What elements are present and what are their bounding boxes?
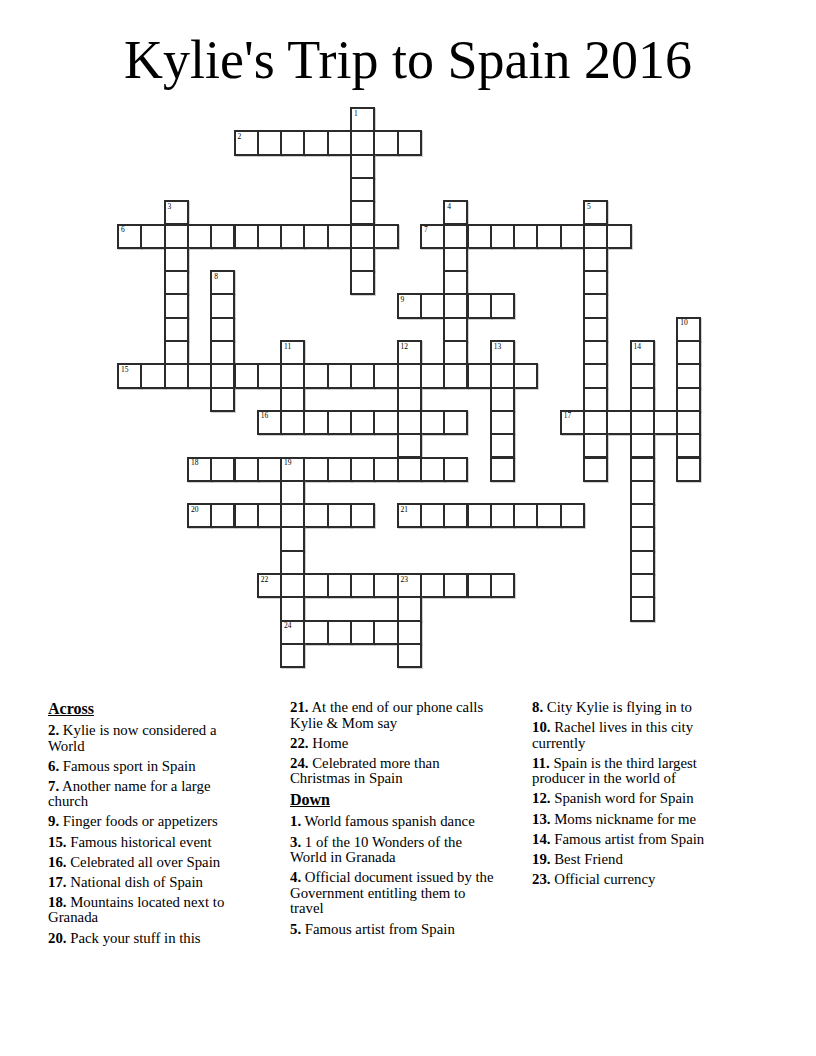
- grid-cell[interactable]: [140, 363, 165, 388]
- grid-cell[interactable]: [210, 387, 235, 412]
- cell-number: 18: [191, 459, 199, 467]
- clue-number: 1.: [290, 813, 301, 829]
- grid-cell[interactable]: [443, 317, 468, 342]
- grid-cell[interactable]: [210, 340, 235, 365]
- grid-cell[interactable]: [583, 340, 608, 365]
- cell-number: 1: [354, 110, 358, 118]
- grid-cell[interactable]: [164, 363, 189, 388]
- grid-cell[interactable]: [443, 224, 468, 249]
- grid-cell[interactable]: [373, 363, 398, 388]
- grid-cell[interactable]: [443, 293, 468, 318]
- grid-cell[interactable]: [303, 503, 328, 528]
- grid-cell[interactable]: [676, 340, 701, 365]
- clue-down-12: 12. Spanish word for Spain: [532, 791, 737, 807]
- grid-cell[interactable]: 14: [630, 340, 655, 365]
- cell-number: 14: [634, 343, 642, 351]
- grid-cell[interactable]: [490, 503, 515, 528]
- cell-number: 19: [284, 459, 292, 467]
- grid-cell[interactable]: [630, 526, 655, 551]
- grid-cell[interactable]: [513, 363, 538, 388]
- grid-cell[interactable]: 24: [280, 620, 305, 645]
- grid-cell[interactable]: [280, 387, 305, 412]
- grid-cell[interactable]: [490, 433, 515, 458]
- grid-cell[interactable]: [280, 130, 305, 155]
- cell-number: 2: [238, 133, 242, 141]
- grid-cell[interactable]: [513, 224, 538, 249]
- clue-number: 11.: [532, 755, 550, 771]
- page: Kylie's Trip to Spain 2016 1234567891011…: [0, 0, 816, 1056]
- grid-cell[interactable]: [630, 410, 655, 435]
- grid-cell[interactable]: [164, 340, 189, 365]
- clue-column-3: 8. City Kylie is flying in to10. Rachel …: [532, 700, 737, 892]
- clue-number: 6.: [48, 758, 59, 774]
- cell-number: 20: [191, 506, 199, 514]
- clue-down-3: 3. 1 of the 10 Wonders of the World in G…: [290, 835, 495, 866]
- grid-cell[interactable]: [630, 457, 655, 482]
- grid-cell[interactable]: [630, 550, 655, 575]
- grid-cell[interactable]: 13: [490, 340, 515, 365]
- grid-cell[interactable]: [164, 293, 189, 318]
- grid-cell[interactable]: [280, 410, 305, 435]
- grid-cell[interactable]: 5: [583, 200, 608, 225]
- grid-cell[interactable]: [676, 363, 701, 388]
- clue-number: 20.: [48, 930, 67, 946]
- clue-down-5: 5. Famous artist from Spain: [290, 922, 495, 938]
- grid-cell[interactable]: [350, 270, 375, 295]
- grid-cell[interactable]: [676, 457, 701, 482]
- cell-number: 11: [284, 343, 291, 351]
- clue-across-18: 18. Mountains located next to Granada: [48, 895, 253, 926]
- grid-cell[interactable]: [583, 270, 608, 295]
- grid-cell[interactable]: [280, 224, 305, 249]
- grid-cell[interactable]: [397, 620, 422, 645]
- cell-number: 8: [214, 273, 218, 281]
- grid-cell[interactable]: [327, 363, 352, 388]
- grid-cell[interactable]: [327, 224, 352, 249]
- grid-cell[interactable]: 2: [234, 130, 259, 155]
- grid-cell[interactable]: [350, 620, 375, 645]
- cell-number: 4: [447, 203, 451, 211]
- clue-down-23: 23. Official currency: [532, 872, 737, 888]
- clue-number: 23.: [532, 871, 551, 887]
- grid-cell[interactable]: [560, 503, 585, 528]
- grid-cell[interactable]: [490, 410, 515, 435]
- cell-number: 3: [168, 203, 172, 211]
- grid-cell[interactable]: [443, 573, 468, 598]
- grid-cell[interactable]: [327, 620, 352, 645]
- clue-across-20: 20. Pack your stuff in this: [48, 931, 253, 947]
- grid-cell[interactable]: [210, 293, 235, 318]
- grid-cell[interactable]: [630, 573, 655, 598]
- grid-cell[interactable]: [280, 480, 305, 505]
- grid-cell[interactable]: [280, 573, 305, 598]
- grid-cell[interactable]: [303, 457, 328, 482]
- grid-cell[interactable]: [350, 457, 375, 482]
- clue-across-6: 6. Famous sport in Spain: [48, 759, 253, 775]
- grid-cell[interactable]: [257, 224, 282, 249]
- grid-cell[interactable]: [280, 363, 305, 388]
- grid-cell[interactable]: [397, 457, 422, 482]
- grid-cell[interactable]: [373, 457, 398, 482]
- grid-cell[interactable]: [187, 224, 212, 249]
- clue-across-21: 21. At the end of our phone calls Kylie …: [290, 700, 495, 731]
- grid-cell[interactable]: [653, 410, 678, 435]
- grid-cell[interactable]: [350, 177, 375, 202]
- cell-number: 10: [680, 319, 688, 327]
- grid-cell[interactable]: [280, 643, 305, 668]
- grid-cell[interactable]: 11: [280, 340, 305, 365]
- grid-cell[interactable]: [490, 573, 515, 598]
- grid-cell[interactable]: [490, 363, 515, 388]
- grid-cell[interactable]: [210, 503, 235, 528]
- down-clue-list: 1. World famous spanish dance3. 1 of the…: [290, 814, 495, 937]
- grid-cell[interactable]: [257, 457, 282, 482]
- grid-cell[interactable]: [397, 410, 422, 435]
- grid-cell[interactable]: [327, 573, 352, 598]
- grid-cell[interactable]: [630, 433, 655, 458]
- grid-cell[interactable]: [490, 457, 515, 482]
- cell-number: 6: [121, 226, 125, 234]
- clue-number: 10.: [532, 719, 551, 735]
- clue-column-1: Across 2. Kylie is now considered a Worl…: [48, 700, 253, 951]
- grid-cell[interactable]: [606, 410, 631, 435]
- grid-cell[interactable]: [583, 387, 608, 412]
- clue-across-17: 17. National dish of Spain: [48, 875, 253, 891]
- clue-number: 9.: [48, 813, 59, 829]
- grid-cell[interactable]: 18: [187, 457, 212, 482]
- grid-cell[interactable]: [676, 387, 701, 412]
- grid-cell[interactable]: [583, 410, 608, 435]
- clue-across-2: 2. Kylie is now considered a World: [48, 723, 253, 754]
- grid-cell[interactable]: [234, 457, 259, 482]
- grid-cell[interactable]: 8: [210, 270, 235, 295]
- grid-cell[interactable]: [443, 363, 468, 388]
- clue-down-10: 10. Rachel lives in this city currently: [532, 720, 737, 751]
- grid-cell[interactable]: [676, 433, 701, 458]
- clue-number: 5.: [290, 921, 301, 937]
- grid-cell[interactable]: [467, 224, 492, 249]
- clue-number: 13.: [532, 811, 551, 827]
- grid-cell[interactable]: [443, 247, 468, 272]
- clue-number: 16.: [48, 854, 67, 870]
- grid-cell[interactable]: 16: [257, 410, 282, 435]
- grid-cell[interactable]: [583, 457, 608, 482]
- grid-cell[interactable]: [303, 130, 328, 155]
- grid-cell[interactable]: [373, 224, 398, 249]
- grid-cell[interactable]: [420, 503, 445, 528]
- grid-cell[interactable]: [210, 363, 235, 388]
- grid-cell[interactable]: [583, 317, 608, 342]
- grid-cell[interactable]: [420, 410, 445, 435]
- grid-cell[interactable]: [467, 573, 492, 598]
- grid-cell[interactable]: [350, 573, 375, 598]
- grid-cell[interactable]: [630, 363, 655, 388]
- clue-across-15: 15. Famous historical event: [48, 835, 253, 851]
- clue-number: 7.: [48, 778, 59, 794]
- grid-cell[interactable]: [280, 596, 305, 621]
- grid-cell[interactable]: [327, 410, 352, 435]
- grid-cell[interactable]: [583, 224, 608, 249]
- grid-cell[interactable]: [606, 224, 631, 249]
- grid-cell[interactable]: 19: [280, 457, 305, 482]
- down-clue-list-continued: 8. City Kylie is flying in to10. Rachel …: [532, 700, 737, 887]
- across-clue-list: 2. Kylie is now considered a World6. Fam…: [48, 723, 253, 946]
- grid-cell[interactable]: [373, 620, 398, 645]
- grid-cell[interactable]: [350, 154, 375, 179]
- grid-cell[interactable]: 23: [397, 573, 422, 598]
- grid-cell[interactable]: [490, 293, 515, 318]
- grid-cell[interactable]: 6: [117, 224, 142, 249]
- grid-cell[interactable]: [303, 224, 328, 249]
- grid-cell[interactable]: [443, 457, 468, 482]
- grid-cell[interactable]: [467, 293, 492, 318]
- clue-number: 15.: [48, 834, 67, 850]
- grid-cell[interactable]: [350, 200, 375, 225]
- crossword-grid: 123456789101112131415161718192021222324: [117, 107, 702, 669]
- clue-across-7: 7. Another name for a large church: [48, 779, 253, 810]
- grid-cell[interactable]: [630, 480, 655, 505]
- across-clue-list-continued: 21. At the end of our phone calls Kylie …: [290, 700, 495, 787]
- clue-down-4: 4. Official document issued by the Gover…: [290, 870, 495, 917]
- grid-cell[interactable]: [373, 573, 398, 598]
- cell-number: 22: [261, 576, 269, 584]
- clue-number: 24.: [290, 755, 309, 771]
- grid-cell[interactable]: [583, 247, 608, 272]
- grid-cell[interactable]: [280, 526, 305, 551]
- grid-cell[interactable]: [350, 503, 375, 528]
- grid-cell[interactable]: [420, 457, 445, 482]
- grid-cell[interactable]: 17: [560, 410, 585, 435]
- grid-cell[interactable]: [560, 224, 585, 249]
- grid-cell[interactable]: [420, 573, 445, 598]
- grid-cell[interactable]: [630, 503, 655, 528]
- clue-number: 2.: [48, 722, 59, 738]
- grid-cell[interactable]: [583, 293, 608, 318]
- grid-cell[interactable]: [210, 317, 235, 342]
- grid-cell[interactable]: [536, 224, 561, 249]
- grid-cell[interactable]: [583, 433, 608, 458]
- grid-cell[interactable]: [164, 247, 189, 272]
- grid-cell[interactable]: [467, 363, 492, 388]
- grid-cell[interactable]: [303, 573, 328, 598]
- grid-cell[interactable]: [257, 503, 282, 528]
- grid-cell[interactable]: 7: [420, 224, 445, 249]
- grid-cell[interactable]: [327, 130, 352, 155]
- cell-number: 24: [284, 622, 292, 630]
- grid-cell[interactable]: [420, 293, 445, 318]
- grid-cell[interactable]: [397, 130, 422, 155]
- grid-cell[interactable]: [397, 387, 422, 412]
- grid-cell[interactable]: [443, 410, 468, 435]
- grid-cell[interactable]: [303, 363, 328, 388]
- grid-cell[interactable]: [420, 363, 445, 388]
- grid-cell[interactable]: 10: [676, 317, 701, 342]
- grid-cell[interactable]: [140, 224, 165, 249]
- grid-cell[interactable]: 4: [443, 200, 468, 225]
- clue-down-11: 11. Spain is the third largest producer …: [532, 756, 737, 787]
- clue-number: 19.: [532, 851, 551, 867]
- grid-cell[interactable]: [234, 503, 259, 528]
- clue-number: 18.: [48, 894, 67, 910]
- clue-number: 8.: [532, 699, 543, 715]
- cell-number: 15: [121, 366, 129, 374]
- cell-number: 7: [424, 226, 428, 234]
- grid-cell[interactable]: 9: [397, 293, 422, 318]
- clue-down-13: 13. Moms nickname for me: [532, 812, 737, 828]
- down-header: Down: [290, 791, 495, 808]
- grid-cell[interactable]: [350, 247, 375, 272]
- grid-cell[interactable]: 1: [350, 107, 375, 132]
- grid-cell[interactable]: [303, 620, 328, 645]
- cell-number: 13: [494, 343, 502, 351]
- grid-cell[interactable]: [373, 410, 398, 435]
- clue-across-16: 16. Celebrated all over Spain: [48, 855, 253, 871]
- grid-cell[interactable]: [234, 363, 259, 388]
- grid-cell[interactable]: [350, 130, 375, 155]
- clue-number: 22.: [290, 735, 309, 751]
- cell-number: 9: [401, 296, 405, 304]
- cell-number: 21: [401, 506, 409, 514]
- grid-cell[interactable]: [583, 363, 608, 388]
- grid-cell[interactable]: [630, 387, 655, 412]
- grid-cell[interactable]: [490, 387, 515, 412]
- clue-across-24: 24. Celebrated more than Christmas in Sp…: [290, 756, 495, 787]
- grid-cell[interactable]: [676, 410, 701, 435]
- grid-cell[interactable]: 15: [117, 363, 142, 388]
- grid-cell[interactable]: [397, 596, 422, 621]
- grid-cell[interactable]: [443, 503, 468, 528]
- grid-cell[interactable]: [490, 224, 515, 249]
- grid-cell[interactable]: [327, 503, 352, 528]
- clue-number: 14.: [532, 831, 551, 847]
- grid-cell[interactable]: [536, 503, 561, 528]
- grid-cell[interactable]: [350, 410, 375, 435]
- grid-cell[interactable]: [513, 503, 538, 528]
- grid-cell[interactable]: [164, 317, 189, 342]
- grid-cell[interactable]: [327, 457, 352, 482]
- clue-across-22: 22. Home: [290, 736, 495, 752]
- puzzle-title: Kylie's Trip to Spain 2016: [0, 33, 816, 87]
- clue-down-1: 1. World famous spanish dance: [290, 814, 495, 830]
- cell-number: 23: [401, 576, 409, 584]
- grid-cell[interactable]: [467, 503, 492, 528]
- grid-cell[interactable]: [164, 224, 189, 249]
- clue-column-2: 21. At the end of our phone calls Kylie …: [290, 700, 495, 942]
- clue-number: 17.: [48, 874, 67, 890]
- grid-cell[interactable]: [210, 457, 235, 482]
- grid-cell[interactable]: [280, 550, 305, 575]
- grid-cell[interactable]: [280, 503, 305, 528]
- grid-cell[interactable]: [443, 340, 468, 365]
- across-header: Across: [48, 700, 253, 717]
- grid-cell[interactable]: [234, 224, 259, 249]
- clue-number: 21.: [290, 699, 309, 715]
- grid-cell[interactable]: 3: [164, 200, 189, 225]
- grid-cell[interactable]: 20: [187, 503, 212, 528]
- cell-number: 16: [261, 412, 269, 420]
- grid-cell[interactable]: [397, 363, 422, 388]
- grid-cell[interactable]: [303, 410, 328, 435]
- cell-number: 12: [401, 343, 409, 351]
- grid-cell[interactable]: [397, 433, 422, 458]
- grid-cell[interactable]: [443, 270, 468, 295]
- grid-cell[interactable]: [350, 363, 375, 388]
- grid-cell[interactable]: [164, 270, 189, 295]
- grid-cell[interactable]: 12: [397, 340, 422, 365]
- clue-number: 3.: [290, 834, 301, 850]
- grid-cell[interactable]: [350, 224, 375, 249]
- grid-cell[interactable]: [187, 363, 212, 388]
- clue-number: 4.: [290, 869, 301, 885]
- grid-cell[interactable]: [373, 130, 398, 155]
- grid-cell[interactable]: [210, 224, 235, 249]
- clue-down-19: 19. Best Friend: [532, 852, 737, 868]
- grid-cell[interactable]: [397, 643, 422, 668]
- grid-cell[interactable]: 22: [257, 573, 282, 598]
- grid-cell[interactable]: [257, 130, 282, 155]
- clue-across-9: 9. Finger foods or appetizers: [48, 814, 253, 830]
- cell-number: 17: [564, 412, 572, 420]
- grid-cell[interactable]: [630, 596, 655, 621]
- cell-number: 5: [587, 203, 591, 211]
- grid-cell[interactable]: 21: [397, 503, 422, 528]
- clue-down-8: 8. City Kylie is flying in to: [532, 700, 737, 716]
- clue-down-14: 14. Famous artist from Spain: [532, 832, 737, 848]
- clue-number: 12.: [532, 790, 551, 806]
- grid-cell[interactable]: [257, 363, 282, 388]
